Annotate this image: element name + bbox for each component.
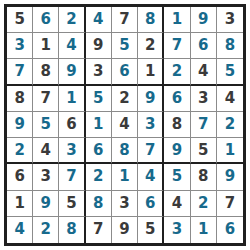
cell-r6c3[interactable]: 3 [59, 138, 85, 164]
cell-r7c7[interactable]: 5 [164, 164, 190, 190]
cell-r5c7[interactable]: 8 [164, 112, 190, 138]
cell-r1c6[interactable]: 8 [138, 7, 164, 33]
cell-r5c2[interactable]: 5 [33, 112, 59, 138]
cell-r7c9[interactable]: 9 [217, 164, 243, 190]
cell-r7c6[interactable]: 4 [138, 164, 164, 190]
sudoku-board: 5624781933149527687893612458715296349561… [4, 4, 246, 246]
cell-r6c4[interactable]: 6 [86, 138, 112, 164]
cell-r4c3[interactable]: 1 [59, 86, 85, 112]
cell-r4c7[interactable]: 6 [164, 86, 190, 112]
cell-r5c3[interactable]: 6 [59, 112, 85, 138]
cell-r8c8[interactable]: 2 [191, 191, 217, 217]
cell-r1c1[interactable]: 5 [7, 7, 33, 33]
cell-r1c7[interactable]: 1 [164, 7, 190, 33]
cell-r1c8[interactable]: 9 [191, 7, 217, 33]
cell-r3c7[interactable]: 2 [164, 59, 190, 85]
cell-r3c3[interactable]: 9 [59, 59, 85, 85]
cell-r6c1[interactable]: 2 [7, 138, 33, 164]
cell-r5c8[interactable]: 7 [191, 112, 217, 138]
cell-r9c2[interactable]: 2 [33, 217, 59, 243]
cell-r7c5[interactable]: 1 [112, 164, 138, 190]
cell-r6c2[interactable]: 4 [33, 138, 59, 164]
cell-r6c9[interactable]: 1 [217, 138, 243, 164]
cell-r9c3[interactable]: 8 [59, 217, 85, 243]
cell-r2c1[interactable]: 3 [7, 33, 33, 59]
cell-r8c4[interactable]: 8 [86, 191, 112, 217]
cell-r2c7[interactable]: 7 [164, 33, 190, 59]
cell-r4c4[interactable]: 5 [86, 86, 112, 112]
cell-r9c7[interactable]: 3 [164, 217, 190, 243]
cell-r3c5[interactable]: 6 [112, 59, 138, 85]
cell-r4c8[interactable]: 3 [191, 86, 217, 112]
cell-r2c5[interactable]: 5 [112, 33, 138, 59]
cell-r2c2[interactable]: 1 [33, 33, 59, 59]
cell-r8c2[interactable]: 9 [33, 191, 59, 217]
cell-r9c6[interactable]: 5 [138, 217, 164, 243]
cell-r6c6[interactable]: 7 [138, 138, 164, 164]
cell-r3c8[interactable]: 4 [191, 59, 217, 85]
cell-r9c9[interactable]: 6 [217, 217, 243, 243]
cell-r2c8[interactable]: 6 [191, 33, 217, 59]
cell-r6c7[interactable]: 9 [164, 138, 190, 164]
cell-r6c8[interactable]: 5 [191, 138, 217, 164]
cell-r4c6[interactable]: 9 [138, 86, 164, 112]
cell-r6c5[interactable]: 8 [112, 138, 138, 164]
cell-r8c3[interactable]: 5 [59, 191, 85, 217]
cell-r9c8[interactable]: 1 [191, 217, 217, 243]
cell-r7c4[interactable]: 2 [86, 164, 112, 190]
cell-r4c2[interactable]: 7 [33, 86, 59, 112]
cell-r2c9[interactable]: 8 [217, 33, 243, 59]
cell-r5c4[interactable]: 1 [86, 112, 112, 138]
cell-r4c5[interactable]: 2 [112, 86, 138, 112]
cell-r3c6[interactable]: 1 [138, 59, 164, 85]
cell-r9c1[interactable]: 4 [7, 217, 33, 243]
cell-r9c5[interactable]: 9 [112, 217, 138, 243]
cell-r5c1[interactable]: 9 [7, 112, 33, 138]
cell-r9c4[interactable]: 7 [86, 217, 112, 243]
cell-r8c6[interactable]: 6 [138, 191, 164, 217]
cell-r1c5[interactable]: 7 [112, 7, 138, 33]
cell-r5c6[interactable]: 3 [138, 112, 164, 138]
cell-r3c9[interactable]: 5 [217, 59, 243, 85]
cell-r8c9[interactable]: 7 [217, 191, 243, 217]
cell-r8c1[interactable]: 1 [7, 191, 33, 217]
cell-r7c1[interactable]: 6 [7, 164, 33, 190]
cell-r2c3[interactable]: 4 [59, 33, 85, 59]
sudoku-page: 5624781933149527687893612458715296349561… [0, 0, 250, 250]
cell-r2c4[interactable]: 9 [86, 33, 112, 59]
cell-r5c5[interactable]: 4 [112, 112, 138, 138]
cell-r3c1[interactable]: 7 [7, 59, 33, 85]
cell-r7c3[interactable]: 7 [59, 164, 85, 190]
cell-r7c8[interactable]: 8 [191, 164, 217, 190]
cell-r1c9[interactable]: 3 [217, 7, 243, 33]
cell-r1c4[interactable]: 4 [86, 7, 112, 33]
cell-r4c9[interactable]: 4 [217, 86, 243, 112]
cell-r3c4[interactable]: 3 [86, 59, 112, 85]
cell-r3c2[interactable]: 8 [33, 59, 59, 85]
cell-r1c3[interactable]: 2 [59, 7, 85, 33]
cell-r4c1[interactable]: 8 [7, 86, 33, 112]
cell-r7c2[interactable]: 3 [33, 164, 59, 190]
cell-r8c7[interactable]: 4 [164, 191, 190, 217]
cell-r1c2[interactable]: 6 [33, 7, 59, 33]
cell-r8c5[interactable]: 3 [112, 191, 138, 217]
cell-r5c9[interactable]: 2 [217, 112, 243, 138]
cell-r2c6[interactable]: 2 [138, 33, 164, 59]
